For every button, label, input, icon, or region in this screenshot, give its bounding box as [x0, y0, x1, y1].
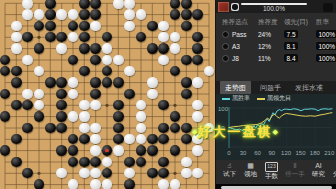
stone-white	[11, 32, 21, 42]
suggestion-degree: 12%	[258, 43, 284, 50]
stone-black	[79, 43, 89, 53]
stone-black	[45, 21, 55, 31]
point-label: A3	[232, 43, 240, 50]
engine-stone-icon	[231, 3, 239, 11]
stone-black	[102, 77, 112, 87]
toolbar-label: 研究	[312, 170, 325, 178]
stone-black	[124, 179, 134, 189]
toolbar-pass-once: Ⅱ停一手	[282, 162, 308, 178]
panel-corner-button[interactable]	[323, 3, 333, 12]
analysis-panel: 100.0% 推荐选点推荐度领先(目)胜率Pass24%7.5100%A312%…	[215, 0, 336, 189]
legend-label: 黑胜率	[232, 94, 250, 103]
column-header: 领先(目)	[284, 18, 316, 27]
stone-black	[147, 168, 157, 178]
svg-text:60: 60	[254, 150, 261, 156]
stone-black	[113, 134, 123, 144]
danmaku-text: 好大一盘棋	[197, 124, 272, 139]
stone-black	[56, 89, 66, 99]
stone-black	[192, 9, 202, 19]
svg-text:90: 90	[269, 150, 276, 156]
toolbar-analysis[interactable]: ▤分析	[329, 162, 336, 178]
stone-black	[11, 77, 21, 87]
stone-black	[102, 145, 112, 155]
legend-item: 黑胜率	[222, 94, 250, 103]
stone-white	[102, 179, 112, 189]
stone-black	[124, 89, 134, 99]
lead-value: 8.1	[284, 42, 316, 50]
go-board[interactable]	[0, 0, 215, 189]
stone-black	[56, 77, 66, 87]
lead-chip: 8.1	[284, 42, 298, 50]
stone-black	[136, 145, 146, 155]
lead-chip: 8.4	[284, 54, 298, 62]
stone-black	[90, 9, 100, 19]
toolbar-ai-research[interactable]: AI研究	[308, 162, 329, 178]
stone-black	[11, 100, 21, 110]
stone-white	[34, 9, 44, 19]
toolbar-label: 领地	[244, 170, 257, 178]
stone-black	[170, 0, 180, 9]
stone-white	[170, 179, 180, 189]
stone-white	[136, 9, 146, 19]
danmaku-comment: ◆好大一盘棋◆	[192, 123, 278, 141]
stone-black	[90, 89, 100, 99]
stone-black	[147, 134, 157, 144]
stone-white	[147, 77, 157, 87]
black-stone-dot-icon	[222, 43, 229, 50]
tab-problem-moves[interactable]: 问题手	[255, 81, 286, 94]
point-label: Pass	[232, 31, 246, 38]
stone-black	[34, 43, 44, 53]
svg-text:100: 100	[218, 106, 229, 112]
stone-white	[192, 111, 202, 121]
stone-white	[102, 43, 112, 53]
suggestion-degree: 11%	[258, 55, 284, 62]
stone-white	[192, 77, 202, 87]
legend-swatch	[222, 98, 230, 100]
svg-text:0: 0	[227, 150, 231, 156]
stone-black	[90, 77, 100, 87]
stone-white	[22, 55, 32, 65]
stone-white	[22, 89, 32, 99]
column-header: 推荐选点	[216, 18, 258, 27]
svg-text:30: 30	[240, 150, 247, 156]
stone-black	[56, 145, 66, 155]
stone-white	[113, 0, 123, 9]
suggestion-row[interactable]: J811%8.4100%	[216, 52, 336, 64]
stone-black	[170, 9, 180, 19]
stone-white	[147, 89, 157, 99]
graph-legend: 黑胜率黑领先目	[216, 94, 336, 103]
stone-black	[79, 0, 89, 9]
toolbar-label: 试下	[223, 170, 236, 178]
stone-black	[113, 77, 123, 87]
stone-white	[158, 21, 168, 31]
stone-black	[34, 179, 44, 189]
winrate-chip: 100%	[316, 30, 336, 38]
stone-black	[45, 0, 55, 9]
stone-black	[192, 43, 202, 53]
stone-white	[158, 179, 168, 189]
stone-black	[79, 134, 89, 144]
lead-chip: 7.5	[284, 30, 298, 38]
app-badge	[218, 2, 229, 12]
stone-white	[181, 168, 191, 178]
stone-white	[136, 111, 146, 121]
stone-white	[22, 9, 32, 19]
stone-black	[181, 89, 191, 99]
last-move-marker	[105, 149, 109, 153]
suggestion-header-row: 推荐选点推荐度领先(目)胜率	[216, 17, 336, 28]
stone-white	[79, 111, 89, 121]
bottom-toolbar: ☝试下▦领地123手数Ⅱ停一手AI研究▤分析	[216, 160, 336, 184]
stone-black	[147, 145, 157, 155]
stone-black	[68, 145, 78, 155]
svg-text:150: 150	[295, 150, 306, 156]
toolbar-label: 手数	[265, 172, 278, 180]
stone-white	[56, 9, 66, 19]
stone-white	[22, 0, 32, 9]
winrate-value: 100%	[316, 30, 336, 38]
stone-white	[11, 21, 21, 31]
analysis-topbar: 100.0%	[216, 0, 336, 13]
legend-label: 黑领先目	[267, 94, 291, 103]
winrate-value: 100%	[316, 54, 336, 62]
stone-black	[90, 55, 100, 65]
suggestion-degree: 24%	[258, 31, 284, 38]
suggestion-row[interactable]: A312%8.1100%	[216, 40, 336, 52]
suggested-point: J8	[216, 55, 258, 62]
stone-black	[45, 32, 55, 42]
svg-text:210: 210	[324, 150, 335, 156]
stone-black	[90, 0, 100, 9]
stone-black	[147, 21, 157, 31]
stone-white	[124, 9, 134, 19]
stone-white	[90, 145, 100, 155]
stone-white	[11, 43, 21, 53]
stone-black	[11, 134, 21, 144]
stone-white	[56, 43, 66, 53]
sparkle-icon: ◆	[272, 128, 277, 135]
stone-black	[45, 123, 55, 133]
move-slider[interactable]	[221, 186, 332, 189]
stone-black	[158, 157, 168, 167]
stone-black	[181, 0, 191, 9]
stone-black	[181, 55, 191, 65]
stone-black	[181, 123, 191, 133]
legend-swatch	[257, 98, 265, 100]
black-stone-dot-icon	[222, 31, 229, 38]
stone-black	[158, 43, 168, 53]
stone-black	[79, 32, 89, 42]
toolbar-territory[interactable]: ▦领地	[240, 162, 261, 178]
pause-icon: Ⅱ	[293, 162, 296, 170]
black-stone-dot-icon	[222, 55, 229, 62]
stone-black	[45, 9, 55, 19]
stone-white	[192, 145, 202, 155]
move-numbers-icon: 123	[265, 162, 277, 172]
stone-white	[124, 0, 134, 9]
point-label: J8	[232, 55, 239, 62]
stone-white	[124, 21, 134, 31]
stone-black	[181, 134, 191, 144]
stone-white	[79, 168, 89, 178]
stone-white	[90, 21, 100, 31]
lead-value: 8.4	[284, 54, 316, 62]
suggestion-row[interactable]: Pass24%7.5100%	[216, 28, 336, 40]
stone-white	[170, 43, 180, 53]
tab-trend[interactable]: 走势图	[220, 81, 251, 94]
stone-black	[147, 43, 157, 53]
stone-black	[181, 9, 191, 19]
stone-black	[56, 111, 66, 121]
stone-black	[90, 43, 100, 53]
ai-icon: AI	[315, 162, 322, 170]
stone-white	[90, 123, 100, 133]
stone-white	[68, 77, 78, 87]
stone-white	[68, 179, 78, 189]
svg-text:120: 120	[281, 150, 292, 156]
stone-black	[79, 66, 89, 76]
toolbar-move-count[interactable]: 123手数	[261, 162, 282, 180]
stone-black	[34, 111, 44, 121]
territory-grid-icon: ▦	[247, 162, 254, 170]
stone-black	[79, 157, 89, 167]
analysis-tabs: 走势图问题手发挥水准	[216, 81, 336, 94]
suggested-point: Pass	[216, 31, 258, 38]
tab-performance[interactable]: 发挥水准	[290, 81, 328, 94]
stone-black	[113, 111, 123, 121]
stone-white	[79, 100, 89, 110]
go-analysis-app: 100.0% 推荐选点推荐度领先(目)胜率Pass24%7.5100%A312%…	[0, 0, 336, 189]
winrate-chip: 100%	[316, 42, 336, 50]
stone-black	[181, 21, 191, 31]
move-slider-area	[216, 184, 336, 189]
stone-black	[181, 77, 191, 87]
suggested-point: A3	[216, 43, 258, 50]
stone-black	[0, 145, 10, 155]
stone-white	[113, 145, 123, 155]
toolbar-label: 停一手	[285, 170, 305, 178]
stone-black	[79, 9, 89, 19]
winrate-chip: 100%	[316, 54, 336, 62]
stone-black	[79, 21, 89, 31]
stone-black	[90, 157, 100, 167]
stone-black	[192, 55, 202, 65]
stone-black	[158, 123, 168, 133]
stone-black	[170, 111, 180, 121]
column-header: 推荐度	[258, 18, 284, 27]
stone-black	[45, 77, 55, 87]
stone-white	[158, 55, 168, 65]
stone-white	[90, 179, 100, 189]
suggestion-table: 推荐选点推荐度领先(目)胜率Pass24%7.5100%A312%8.1100%…	[216, 13, 336, 81]
lead-value: 7.5	[284, 30, 316, 38]
stone-black	[11, 66, 21, 76]
stone-white	[113, 55, 123, 65]
stone-black	[0, 111, 10, 121]
stone-black	[113, 100, 123, 110]
stone-white	[68, 111, 78, 121]
stone-black	[11, 157, 21, 167]
analysis-progress: 100.0%	[241, 2, 321, 12]
legend-item: 黑领先目	[257, 94, 291, 103]
svg-text:180: 180	[310, 150, 321, 156]
stone-black	[56, 123, 66, 133]
column-header: 胜率	[316, 18, 336, 27]
stone-black	[170, 145, 180, 155]
stone-white	[79, 123, 89, 133]
hand-pointer-icon: ☝	[227, 162, 231, 170]
stone-white	[181, 157, 191, 167]
toolbar-try-move[interactable]: ☝试下	[219, 162, 240, 178]
winrate-value: 100%	[316, 42, 336, 50]
stone-black	[22, 123, 32, 133]
progress-label: 100.0%	[241, 5, 307, 12]
stone-black	[113, 123, 123, 133]
stone-black	[124, 157, 134, 167]
stone-white	[68, 9, 78, 19]
